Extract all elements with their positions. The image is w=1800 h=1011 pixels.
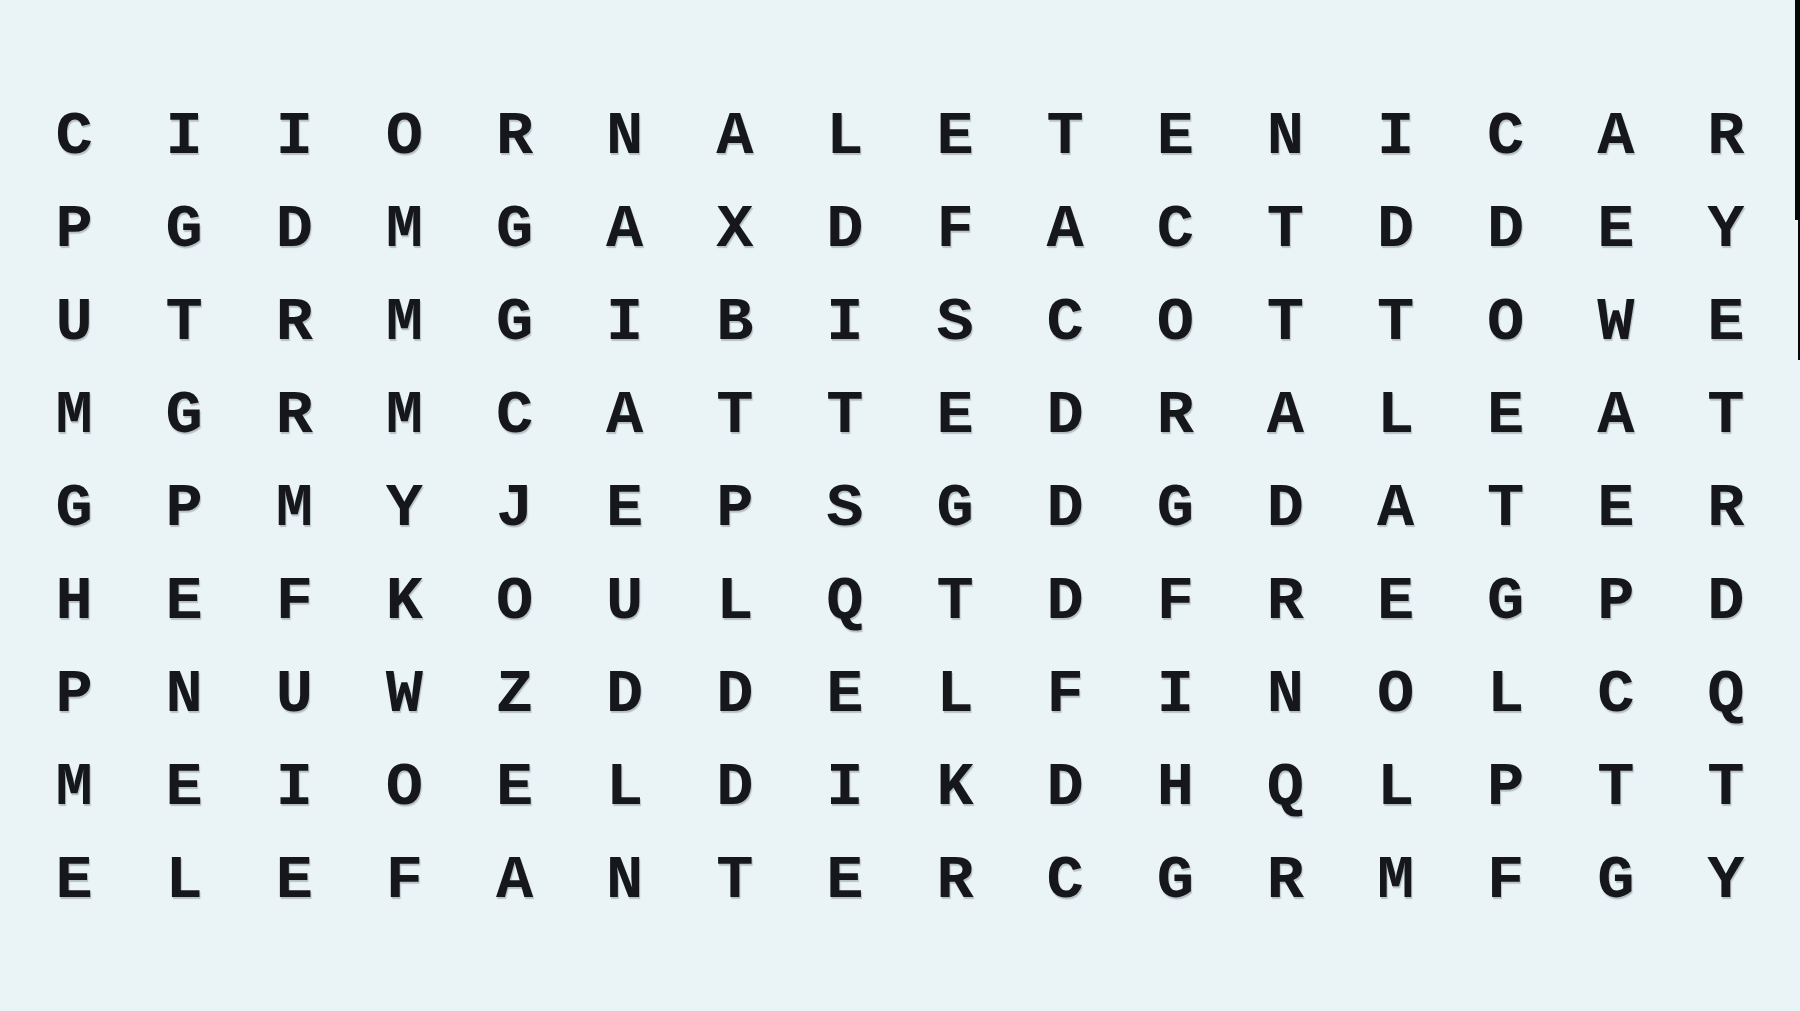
grid-cell-r6c13[interactable]: E (1341, 555, 1451, 648)
grid-cell-r3c8[interactable]: I (790, 276, 900, 369)
grid-cell-r3c10[interactable]: C (1010, 276, 1120, 369)
grid-cell-r7c10[interactable]: F (1010, 648, 1120, 741)
grid-cell-r2c3[interactable]: D (239, 183, 349, 276)
grid-cell-r1c6[interactable]: N (570, 90, 680, 183)
grid-cell-r8c2[interactable]: E (129, 741, 239, 834)
grid-cell-r7c14[interactable]: L (1451, 648, 1561, 741)
grid-cell-r4c2[interactable]: G (129, 369, 239, 462)
grid-cell-r4c12[interactable]: A (1230, 369, 1340, 462)
grid-cell-r1c11[interactable]: E (1120, 90, 1230, 183)
grid-cell-r8c6[interactable]: L (570, 741, 680, 834)
grid-cell-r6c15[interactable]: P (1561, 555, 1671, 648)
grid-cell-r6c12[interactable]: R (1230, 555, 1340, 648)
grid-cell-r7c7[interactable]: D (680, 648, 790, 741)
grid-cell-r2c4[interactable]: M (349, 183, 459, 276)
grid-cell-r5c7[interactable]: P (680, 462, 790, 555)
grid-cell-r1c14[interactable]: C (1451, 90, 1561, 183)
grid-cell-r7c9[interactable]: L (900, 648, 1010, 741)
grid-cell-r4c1[interactable]: M (19, 369, 129, 462)
grid-cell-r9c2[interactable]: L (129, 834, 239, 927)
grid-cell-r7c4[interactable]: W (349, 648, 459, 741)
grid-cell-r4c16[interactable]: T (1671, 369, 1781, 462)
grid-cell-r9c11[interactable]: G (1120, 834, 1230, 927)
grid-cell-r9c14[interactable]: F (1451, 834, 1561, 927)
grid-cell-r5c10[interactable]: D (1010, 462, 1120, 555)
grid-cell-r2c16[interactable]: Y (1671, 183, 1781, 276)
grid-cell-r2c5[interactable]: G (460, 183, 570, 276)
grid-cell-r2c15[interactable]: E (1561, 183, 1671, 276)
grid-cell-r9c4[interactable]: F (349, 834, 459, 927)
grid-cell-r3c6[interactable]: I (570, 276, 680, 369)
grid-cell-r8c15[interactable]: T (1561, 741, 1671, 834)
grid-cell-r1c16[interactable]: R (1671, 90, 1781, 183)
grid-cell-r9c16[interactable]: Y (1671, 834, 1781, 927)
grid-cell-r6c16[interactable]: D (1671, 555, 1781, 648)
grid-cell-r3c2[interactable]: T (129, 276, 239, 369)
grid-cell-r8c3[interactable]: I (239, 741, 349, 834)
grid-cell-r9c15[interactable]: G (1561, 834, 1671, 927)
grid-cell-r1c12[interactable]: N (1230, 90, 1340, 183)
grid-cell-r4c15[interactable]: A (1561, 369, 1671, 462)
grid-cell-r7c8[interactable]: E (790, 648, 900, 741)
grid-cell-r5c16[interactable]: R (1671, 462, 1781, 555)
grid-cell-r3c12[interactable]: T (1230, 276, 1340, 369)
grid-cell-r5c1[interactable]: G (19, 462, 129, 555)
grid-cell-r3c4[interactable]: M (349, 276, 459, 369)
grid-cell-r2c10[interactable]: A (1010, 183, 1120, 276)
grid-cell-r9c8[interactable]: E (790, 834, 900, 927)
grid-cell-r1c13[interactable]: I (1341, 90, 1451, 183)
grid-cell-r2c9[interactable]: F (900, 183, 1010, 276)
grid-cell-r8c10[interactable]: D (1010, 741, 1120, 834)
grid-cell-r1c3[interactable]: I (239, 90, 349, 183)
grid-cell-r3c15[interactable]: W (1561, 276, 1671, 369)
grid-cell-r7c15[interactable]: C (1561, 648, 1671, 741)
grid-cell-r5c12[interactable]: D (1230, 462, 1340, 555)
scrollbar-thumb[interactable] (1795, 0, 1800, 220)
grid-cell-r8c13[interactable]: L (1341, 741, 1451, 834)
grid-cell-r3c16[interactable]: E (1671, 276, 1781, 369)
grid-cell-r4c14[interactable]: E (1451, 369, 1561, 462)
grid-cell-r2c7[interactable]: X (680, 183, 790, 276)
grid-cell-r5c6[interactable]: E (570, 462, 680, 555)
grid-cell-r8c8[interactable]: I (790, 741, 900, 834)
grid-cell-r9c9[interactable]: R (900, 834, 1010, 927)
grid-cell-r8c1[interactable]: M (19, 741, 129, 834)
grid-cell-r1c4[interactable]: O (349, 90, 459, 183)
grid-cell-r6c8[interactable]: Q (790, 555, 900, 648)
grid-cell-r4c9[interactable]: E (900, 369, 1010, 462)
grid-cell-r4c7[interactable]: T (680, 369, 790, 462)
grid-cell-r5c4[interactable]: Y (349, 462, 459, 555)
grid-cell-r7c2[interactable]: N (129, 648, 239, 741)
grid-cell-r9c13[interactable]: M (1341, 834, 1451, 927)
grid-cell-r8c5[interactable]: E (460, 741, 570, 834)
grid-cell-r1c7[interactable]: A (680, 90, 790, 183)
grid-cell-r8c11[interactable]: H (1120, 741, 1230, 834)
grid-cell-r1c10[interactable]: T (1010, 90, 1120, 183)
grid-cell-r9c1[interactable]: E (19, 834, 129, 927)
grid-cell-r6c9[interactable]: T (900, 555, 1010, 648)
grid-cell-r1c15[interactable]: A (1561, 90, 1671, 183)
grid-cell-r9c7[interactable]: T (680, 834, 790, 927)
grid-cell-r4c4[interactable]: M (349, 369, 459, 462)
grid-cell-r9c10[interactable]: C (1010, 834, 1120, 927)
grid-cell-r8c16[interactable]: T (1671, 741, 1781, 834)
grid-cell-r7c3[interactable]: U (239, 648, 349, 741)
grid-cell-r2c12[interactable]: T (1230, 183, 1340, 276)
grid-cell-r2c11[interactable]: C (1120, 183, 1230, 276)
grid-cell-r5c9[interactable]: G (900, 462, 1010, 555)
grid-cell-r6c10[interactable]: D (1010, 555, 1120, 648)
grid-cell-r3c14[interactable]: O (1451, 276, 1561, 369)
grid-cell-r6c3[interactable]: F (239, 555, 349, 648)
grid-cell-r4c11[interactable]: R (1120, 369, 1230, 462)
grid-cell-r7c6[interactable]: D (570, 648, 680, 741)
grid-cell-r8c4[interactable]: O (349, 741, 459, 834)
grid-cell-r9c5[interactable]: A (460, 834, 570, 927)
grid-cell-r3c3[interactable]: R (239, 276, 349, 369)
grid-cell-r6c11[interactable]: F (1120, 555, 1230, 648)
grid-cell-r6c2[interactable]: E (129, 555, 239, 648)
grid-cell-r4c3[interactable]: R (239, 369, 349, 462)
word-search-board: CIIORNALETENICARPGDMGAXDFACTDDEYUTRMGIBI… (19, 90, 1781, 927)
grid-cell-r4c5[interactable]: C (460, 369, 570, 462)
grid-cell-r5c15[interactable]: E (1561, 462, 1671, 555)
grid-cell-r3c5[interactable]: G (460, 276, 570, 369)
grid-cell-r7c5[interactable]: Z (460, 648, 570, 741)
grid-cell-r3c7[interactable]: B (680, 276, 790, 369)
grid-cell-r6c6[interactable]: U (570, 555, 680, 648)
grid-cell-r6c14[interactable]: G (1451, 555, 1561, 648)
grid-cell-r2c2[interactable]: G (129, 183, 239, 276)
grid-cell-r2c8[interactable]: D (790, 183, 900, 276)
grid-cell-r2c6[interactable]: A (570, 183, 680, 276)
grid-cell-r4c10[interactable]: D (1010, 369, 1120, 462)
grid-cell-r2c1[interactable]: P (19, 183, 129, 276)
grid-cell-r1c8[interactable]: L (790, 90, 900, 183)
grid-cell-r6c4[interactable]: K (349, 555, 459, 648)
grid-cell-r4c8[interactable]: T (790, 369, 900, 462)
grid-cell-r3c11[interactable]: O (1120, 276, 1230, 369)
grid-cell-r9c12[interactable]: R (1230, 834, 1340, 927)
grid-cell-r7c13[interactable]: O (1341, 648, 1451, 741)
grid-cell-r2c14[interactable]: D (1451, 183, 1561, 276)
grid-cell-r8c14[interactable]: P (1451, 741, 1561, 834)
grid-cell-r5c13[interactable]: A (1341, 462, 1451, 555)
grid-cell-r4c13[interactable]: L (1341, 369, 1451, 462)
grid-cell-r5c11[interactable]: G (1120, 462, 1230, 555)
grid-cell-r5c8[interactable]: S (790, 462, 900, 555)
grid-cell-r3c1[interactable]: U (19, 276, 129, 369)
grid-cell-r5c14[interactable]: T (1451, 462, 1561, 555)
grid-cell-r8c12[interactable]: Q (1230, 741, 1340, 834)
grid-cell-r8c7[interactable]: D (680, 741, 790, 834)
grid-cell-r3c9[interactable]: S (900, 276, 1010, 369)
grid-cell-r1c9[interactable]: E (900, 90, 1010, 183)
grid-cell-r6c5[interactable]: O (460, 555, 570, 648)
grid-cell-r7c16[interactable]: Q (1671, 648, 1781, 741)
grid-cell-r7c12[interactable]: N (1230, 648, 1340, 741)
grid-cell-r5c5[interactable]: J (460, 462, 570, 555)
grid-cell-r7c11[interactable]: I (1120, 648, 1230, 741)
grid-cell-r9c3[interactable]: E (239, 834, 349, 927)
grid-cell-r6c7[interactable]: L (680, 555, 790, 648)
grid-cell-r1c2[interactable]: I (129, 90, 239, 183)
grid-cell-r7c1[interactable]: P (19, 648, 129, 741)
grid-cell-r4c6[interactable]: A (570, 369, 680, 462)
grid-cell-r8c9[interactable]: K (900, 741, 1010, 834)
grid-cell-r1c5[interactable]: R (460, 90, 570, 183)
grid-cell-r5c3[interactable]: M (239, 462, 349, 555)
grid-cell-r5c2[interactable]: P (129, 462, 239, 555)
grid-cell-r9c6[interactable]: N (570, 834, 680, 927)
grid-cell-r1c1[interactable]: C (19, 90, 129, 183)
grid-cell-r2c13[interactable]: D (1341, 183, 1451, 276)
word-search-page: { "game": "word-search", "language_hint"… (0, 0, 1800, 1011)
grid-cell-r3c13[interactable]: T (1341, 276, 1451, 369)
grid-cell-r6c1[interactable]: H (19, 555, 129, 648)
